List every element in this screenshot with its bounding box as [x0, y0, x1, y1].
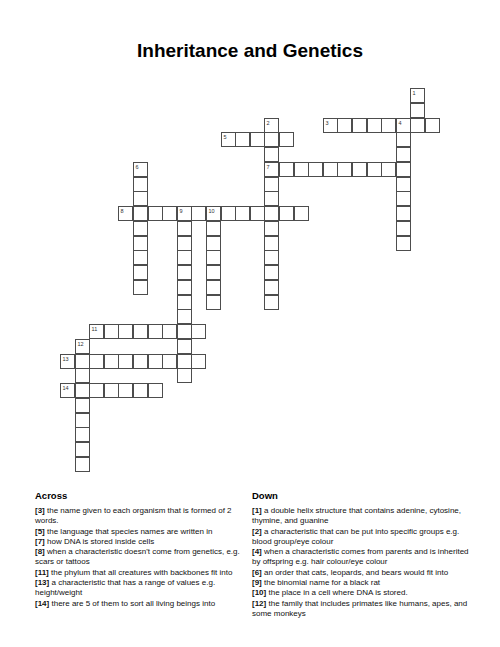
crossword-cell[interactable]	[264, 206, 279, 221]
crossword-cell[interactable]	[279, 162, 294, 177]
crossword-cell[interactable]	[410, 118, 425, 133]
crossword-cell[interactable]	[177, 309, 192, 324]
crossword-cell[interactable]	[337, 162, 352, 177]
crossword-cell[interactable]	[118, 354, 133, 369]
crossword-cell[interactable]	[177, 221, 192, 236]
clue-number-label: 1	[413, 90, 416, 96]
crossword-cell[interactable]	[396, 236, 411, 251]
crossword-cell[interactable]: 11	[89, 324, 104, 339]
crossword-cell[interactable]	[264, 221, 279, 236]
crossword-cell[interactable]	[133, 177, 148, 192]
clue-item-number: [3]	[35, 506, 45, 515]
crossword-cell[interactable]: 10	[206, 206, 221, 221]
clue-item-number: [7]	[35, 537, 45, 546]
crossword-cell[interactable]	[264, 191, 279, 206]
crossword-cell[interactable]	[177, 280, 192, 295]
crossword-cell[interactable]	[148, 324, 163, 339]
crossword-cell[interactable]	[89, 383, 104, 398]
crossword-cell[interactable]	[104, 354, 119, 369]
clue-item: [14] there are 5 of them to sort all liv…	[35, 599, 248, 609]
crossword-cell[interactable]	[308, 162, 323, 177]
crossword-cell[interactable]	[206, 295, 221, 310]
clue-item-number: [2]	[252, 527, 262, 536]
crossword-cell[interactable]	[177, 236, 192, 251]
clue-number-label: 8	[121, 208, 124, 214]
crossword-cell[interactable]: 5	[221, 132, 236, 147]
crossword-cell[interactable]	[410, 103, 425, 118]
crossword-cell[interactable]	[323, 162, 338, 177]
clue-item: [12] the family that includes primates l…	[252, 599, 473, 620]
clue-number-label: 12	[78, 341, 84, 347]
crossword-cell[interactable]	[264, 265, 279, 280]
crossword-cell[interactable]	[294, 206, 309, 221]
crossword-cell[interactable]	[177, 324, 192, 339]
crossword-cell[interactable]	[264, 147, 279, 162]
crossword-cell[interactable]	[104, 383, 119, 398]
crossword-cell[interactable]	[396, 177, 411, 192]
crossword-cell[interactable]	[235, 132, 250, 147]
clue-item-number: [4]	[252, 547, 262, 556]
crossword-cell[interactable]	[177, 368, 192, 383]
crossword-cell[interactable]	[133, 383, 148, 398]
clue-number-label: 4	[399, 120, 402, 126]
crossword-cell[interactable]: 2	[264, 118, 279, 133]
crossword-cell[interactable]	[133, 236, 148, 251]
clue-item-number: [6]	[252, 568, 262, 577]
crossword-cell[interactable]	[250, 132, 265, 147]
clue-item-number: [13]	[35, 578, 49, 587]
across-heading: Across	[35, 490, 248, 501]
clue-number-label: 9	[180, 208, 183, 214]
crossword-cell[interactable]	[75, 427, 90, 442]
crossword-cell[interactable]	[75, 383, 90, 398]
crossword-cell[interactable]	[206, 280, 221, 295]
clue-item: [5] the language that species names are …	[35, 527, 248, 537]
clue-item: [6] an order that cats, leopards, and be…	[252, 568, 473, 578]
crossword-cell[interactable]	[75, 368, 90, 383]
crossword-cell[interactable]	[75, 398, 90, 413]
crossword-cell[interactable]	[148, 206, 163, 221]
crossword-cell[interactable]	[396, 221, 411, 236]
down-heading: Down	[252, 490, 473, 501]
clue-item: [2] a characteristic that can be put int…	[252, 527, 473, 548]
crossword-cell[interactable]	[279, 132, 294, 147]
crossword-cell[interactable]	[206, 265, 221, 280]
crossword-cell[interactable]	[177, 354, 192, 369]
crossword-cell[interactable]	[294, 162, 309, 177]
clue-number-label: 10	[209, 208, 215, 214]
crossword-cell[interactable]: 14	[60, 383, 75, 398]
clue-item-number: [1]	[252, 506, 262, 515]
crossword-cell[interactable]	[75, 354, 90, 369]
clue-number-label: 11	[92, 326, 98, 332]
crossword-cell[interactable]	[235, 206, 250, 221]
crossword-cell[interactable]	[425, 118, 440, 133]
crossword-cell[interactable]	[177, 265, 192, 280]
crossword-cell[interactable]	[337, 118, 352, 133]
crossword-cell[interactable]	[264, 177, 279, 192]
crossword-cell[interactable]: 4	[396, 118, 411, 133]
crossword-cell[interactable]	[396, 162, 411, 177]
crossword-cell[interactable]: 1	[410, 88, 425, 103]
crossword-cell[interactable]	[264, 295, 279, 310]
crossword-cell[interactable]	[367, 118, 382, 133]
crossword-cell[interactable]	[352, 162, 367, 177]
clue-item: [13] a characteristic that has a range o…	[35, 578, 248, 599]
crossword-cell[interactable]	[191, 354, 206, 369]
clue-item-number: [12]	[252, 599, 266, 608]
crossword-cell[interactable]	[367, 162, 382, 177]
across-clue-list: [3] the name given to each organism that…	[35, 506, 248, 609]
crossword-cell[interactable]	[221, 206, 236, 221]
crossword-cell[interactable]	[133, 354, 148, 369]
clue-number-label: 5	[224, 134, 227, 140]
clue-item-number: [14]	[35, 599, 49, 608]
clue-item: [1] a double helix structure that contai…	[252, 506, 473, 527]
down-clues-section: Down [1] a double helix structure that c…	[252, 490, 473, 619]
clue-item-number: [9]	[252, 578, 262, 587]
clue-number-label: 2	[267, 120, 270, 126]
crossword-cell[interactable]	[118, 324, 133, 339]
clue-item: [4] when a characteristic comes from par…	[252, 547, 473, 568]
crossword-cell[interactable]	[75, 442, 90, 457]
crossword-cell[interactable]: 9	[177, 206, 192, 221]
crossword-cell[interactable]	[118, 383, 133, 398]
crossword-cell[interactable]: 6	[133, 162, 148, 177]
crossword-cell[interactable]	[75, 413, 90, 428]
crossword-cell[interactable]	[133, 250, 148, 265]
clue-item-number: [5]	[35, 527, 45, 536]
crossword-cell[interactable]: 8	[118, 206, 133, 221]
crossword-cell[interactable]	[133, 324, 148, 339]
crossword-cell[interactable]	[206, 250, 221, 265]
crossword-cell[interactable]	[162, 354, 177, 369]
crossword-cell[interactable]	[206, 236, 221, 251]
crossword-cell[interactable]	[177, 339, 192, 354]
crossword-worksheet: Inheritance and Genetics 123456789101112…	[0, 0, 500, 647]
crossword-grid: 1234567891011121314	[0, 0, 500, 500]
crossword-cell[interactable]	[148, 383, 163, 398]
crossword-cell[interactable]	[381, 162, 396, 177]
crossword-cell[interactable]: 12	[75, 339, 90, 354]
crossword-cell[interactable]	[206, 221, 221, 236]
clue-item: [9] the binomial name for a black rat	[252, 578, 473, 588]
crossword-cell[interactable]	[133, 206, 148, 221]
crossword-cell[interactable]	[133, 191, 148, 206]
down-clue-list: [1] a double helix structure that contai…	[252, 506, 473, 619]
crossword-cell[interactable]: 3	[323, 118, 338, 133]
crossword-cell[interactable]: 7	[264, 162, 279, 177]
clue-item-number: [10]	[252, 588, 266, 597]
crossword-cell[interactable]	[250, 206, 265, 221]
crossword-cell[interactable]	[264, 236, 279, 251]
crossword-cell[interactable]	[177, 295, 192, 310]
crossword-cell[interactable]	[279, 206, 294, 221]
crossword-cell[interactable]	[133, 265, 148, 280]
crossword-cell[interactable]	[177, 250, 192, 265]
crossword-cell[interactable]	[133, 221, 148, 236]
clue-number-label: 7	[267, 164, 270, 170]
clue-number-label: 13	[63, 356, 69, 362]
clue-item-number: [8]	[35, 547, 45, 556]
clue-item: [11] the phylum that all creatures with …	[35, 568, 248, 578]
crossword-cell[interactable]	[396, 147, 411, 162]
crossword-cell[interactable]	[104, 324, 119, 339]
crossword-cell[interactable]	[89, 354, 104, 369]
crossword-cell[interactable]	[381, 118, 396, 133]
crossword-cell[interactable]	[162, 206, 177, 221]
crossword-cell[interactable]	[264, 250, 279, 265]
crossword-cell[interactable]	[264, 132, 279, 147]
clue-item: [10] the place in a cell where DNA is st…	[252, 588, 473, 598]
across-clues-section: Across [3] the name given to each organi…	[35, 490, 248, 609]
crossword-cell[interactable]	[396, 206, 411, 221]
crossword-cell[interactable]	[191, 324, 206, 339]
crossword-cell[interactable]	[264, 280, 279, 295]
crossword-cell[interactable]	[191, 206, 206, 221]
crossword-cell[interactable]	[352, 118, 367, 133]
clue-item: [7] how DNA is stored inside cells	[35, 537, 248, 547]
clue-item-number: [11]	[35, 568, 49, 577]
crossword-cell[interactable]	[396, 191, 411, 206]
clue-number-label: 6	[136, 164, 139, 170]
clue-item: [3] the name given to each organism that…	[35, 506, 248, 527]
crossword-cell[interactable]	[75, 457, 90, 472]
crossword-cell[interactable]	[162, 324, 177, 339]
clue-number-label: 3	[326, 120, 329, 126]
crossword-cell[interactable]	[148, 354, 163, 369]
crossword-cell[interactable]	[133, 280, 148, 295]
crossword-cell[interactable]: 13	[60, 354, 75, 369]
clue-number-label: 14	[63, 385, 69, 391]
clue-item: [8] when a characteristic doesn't come f…	[35, 547, 248, 568]
crossword-cell[interactable]	[396, 132, 411, 147]
